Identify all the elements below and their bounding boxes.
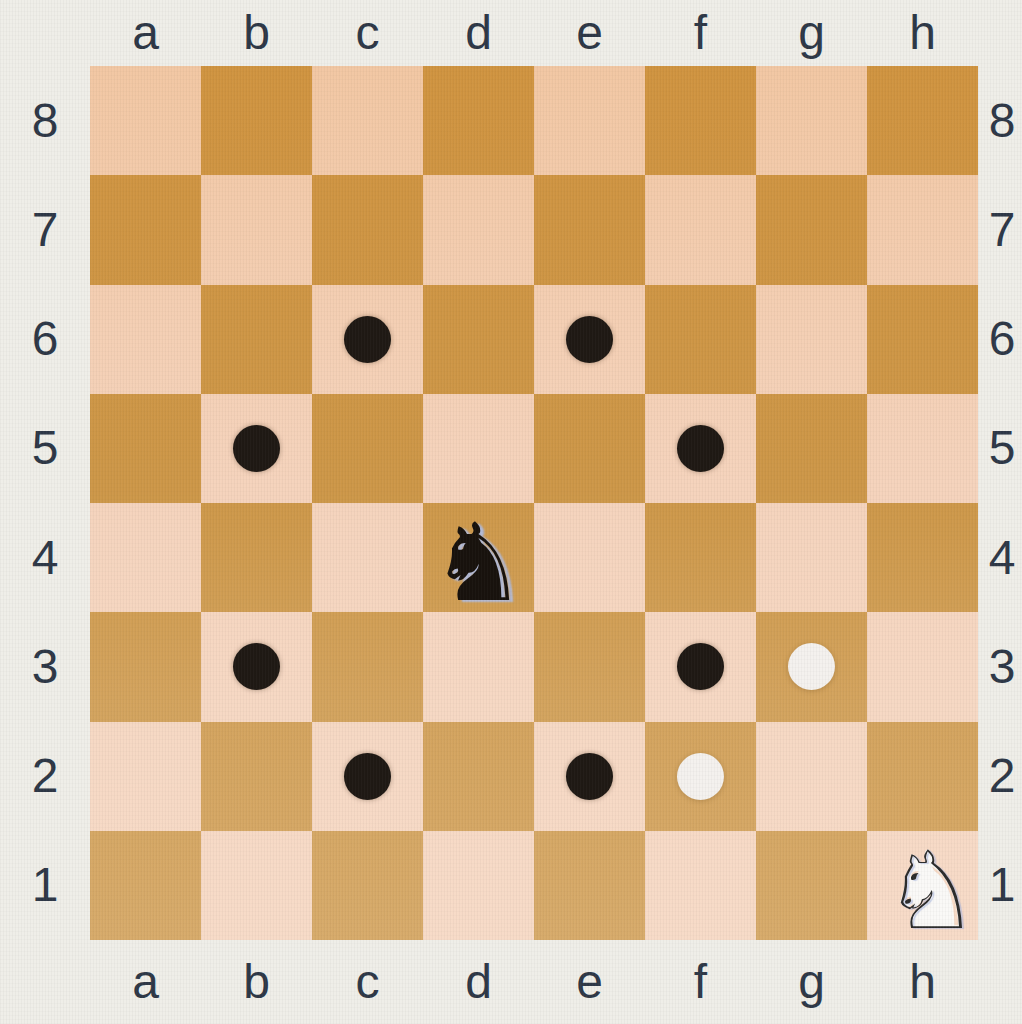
square-a7[interactable] (90, 175, 201, 284)
square-a6[interactable] (90, 285, 201, 394)
rank-label-6-right: 6 (989, 315, 1016, 363)
square-e1[interactable] (534, 831, 645, 940)
rank-label-8-right: 8 (989, 97, 1016, 145)
square-b2[interactable] (201, 722, 312, 831)
file-label-h-top: h (909, 9, 936, 57)
file-labels-top: abcdefgh (90, 0, 978, 66)
rank-label-5-left: 5 (32, 424, 59, 472)
square-b6[interactable] (201, 285, 312, 394)
black-knight-d4[interactable]: ♞ (425, 509, 533, 617)
square-g6[interactable] (756, 285, 867, 394)
square-a1[interactable] (90, 831, 201, 940)
square-g8[interactable] (756, 66, 867, 175)
square-b4[interactable] (201, 503, 312, 612)
file-label-c-bottom: c (356, 958, 380, 1006)
rank-label-5-right: 5 (989, 424, 1016, 472)
square-h5[interactable] (867, 394, 978, 503)
square-g4[interactable] (756, 503, 867, 612)
square-d5[interactable] (423, 394, 534, 503)
square-f1[interactable] (645, 831, 756, 940)
square-d2[interactable] (423, 722, 534, 831)
rank-labels-left: 87654321 (0, 66, 90, 940)
square-h4[interactable] (867, 503, 978, 612)
square-a8[interactable] (90, 66, 201, 175)
corner-top-left (0, 0, 90, 66)
square-e4[interactable] (534, 503, 645, 612)
file-label-f-bottom: f (694, 958, 707, 1006)
square-d3[interactable] (423, 612, 534, 721)
square-b7[interactable] (201, 175, 312, 284)
file-label-d-bottom: d (465, 958, 492, 1006)
rank-label-1-right: 1 (989, 861, 1016, 909)
square-c3[interactable] (312, 612, 423, 721)
square-f7[interactable] (645, 175, 756, 284)
file-label-b-top: b (243, 9, 270, 57)
corner-bottom-right (978, 940, 1022, 1024)
square-f5[interactable] (645, 394, 756, 503)
square-f8[interactable] (645, 66, 756, 175)
move-dot-white-f2[interactable] (677, 753, 724, 800)
square-a2[interactable] (90, 722, 201, 831)
square-a5[interactable] (90, 394, 201, 503)
rank-label-2-left: 2 (32, 752, 59, 800)
rank-label-1-left: 1 (32, 861, 59, 909)
chess-board: ♞♞♘ (90, 66, 978, 940)
square-b1[interactable] (201, 831, 312, 940)
square-c2[interactable] (312, 722, 423, 831)
rank-label-3-left: 3 (32, 643, 59, 691)
square-g7[interactable] (756, 175, 867, 284)
white-knight-h1[interactable]: ♞♘ (878, 837, 986, 945)
square-c8[interactable] (312, 66, 423, 175)
square-d8[interactable] (423, 66, 534, 175)
board-area: ♞♞♘ (90, 66, 978, 940)
square-h1[interactable]: ♞♘ (867, 831, 978, 940)
square-d6[interactable] (423, 285, 534, 394)
file-label-f-top: f (694, 9, 707, 57)
square-h3[interactable] (867, 612, 978, 721)
square-f2[interactable] (645, 722, 756, 831)
rank-label-3-right: 3 (989, 643, 1016, 691)
square-c4[interactable] (312, 503, 423, 612)
square-c6[interactable] (312, 285, 423, 394)
move-dot-black-c2[interactable] (344, 753, 391, 800)
square-d4[interactable]: ♞ (423, 503, 534, 612)
file-label-g-top: g (798, 9, 825, 57)
square-f4[interactable] (645, 503, 756, 612)
square-g1[interactable] (756, 831, 867, 940)
square-a3[interactable] (90, 612, 201, 721)
square-h6[interactable] (867, 285, 978, 394)
move-dot-black-e6[interactable] (566, 316, 613, 363)
file-label-g-bottom: g (798, 958, 825, 1006)
square-c1[interactable] (312, 831, 423, 940)
move-dot-white-g3[interactable] (788, 643, 835, 690)
file-label-a-bottom: a (132, 958, 159, 1006)
move-dot-black-f3[interactable] (677, 643, 724, 690)
rank-label-4-left: 4 (32, 534, 59, 582)
square-b3[interactable] (201, 612, 312, 721)
square-g5[interactable] (756, 394, 867, 503)
square-h2[interactable] (867, 722, 978, 831)
square-f6[interactable] (645, 285, 756, 394)
square-d7[interactable] (423, 175, 534, 284)
rank-label-2-right: 2 (989, 752, 1016, 800)
rank-label-7-left: 7 (32, 206, 59, 254)
rank-label-8-left: 8 (32, 97, 59, 145)
square-e3[interactable] (534, 612, 645, 721)
square-c5[interactable] (312, 394, 423, 503)
square-e8[interactable] (534, 66, 645, 175)
rank-label-6-left: 6 (32, 315, 59, 363)
rank-label-7-right: 7 (989, 206, 1016, 254)
square-g2[interactable] (756, 722, 867, 831)
file-label-h-bottom: h (909, 958, 936, 1006)
board-layout: abcdefgh 87654321 ♞♞♘ 87654321 abcdefgh (0, 0, 1022, 1024)
move-dot-black-e2[interactable] (566, 753, 613, 800)
move-dot-black-b3[interactable] (233, 643, 280, 690)
file-label-c-top: c (356, 9, 380, 57)
rank-label-4-right: 4 (989, 534, 1016, 582)
file-label-e-bottom: e (576, 958, 603, 1006)
move-dot-black-f5[interactable] (677, 425, 724, 472)
move-dot-black-c6[interactable] (344, 316, 391, 363)
chess-diagram-page: abcdefgh 87654321 ♞♞♘ 87654321 abcdefgh (0, 0, 1022, 1024)
square-e5[interactable] (534, 394, 645, 503)
move-dot-black-b5[interactable] (233, 425, 280, 472)
square-h8[interactable] (867, 66, 978, 175)
white-knight-outline-glyph: ♘ (878, 837, 986, 945)
square-f3[interactable] (645, 612, 756, 721)
file-label-b-bottom: b (243, 958, 270, 1006)
corner-top-right (978, 0, 1022, 66)
file-label-a-top: a (132, 9, 159, 57)
file-label-e-top: e (576, 9, 603, 57)
square-h7[interactable] (867, 175, 978, 284)
file-labels-bottom: abcdefgh (90, 940, 978, 1024)
rank-labels-right: 87654321 (978, 66, 1022, 940)
corner-bottom-left (0, 940, 90, 1024)
square-b8[interactable] (201, 66, 312, 175)
square-a4[interactable] (90, 503, 201, 612)
square-e6[interactable] (534, 285, 645, 394)
square-b5[interactable] (201, 394, 312, 503)
square-g3[interactable] (756, 612, 867, 721)
square-d1[interactable] (423, 831, 534, 940)
file-label-d-top: d (465, 9, 492, 57)
square-e2[interactable] (534, 722, 645, 831)
square-c7[interactable] (312, 175, 423, 284)
square-e7[interactable] (534, 175, 645, 284)
